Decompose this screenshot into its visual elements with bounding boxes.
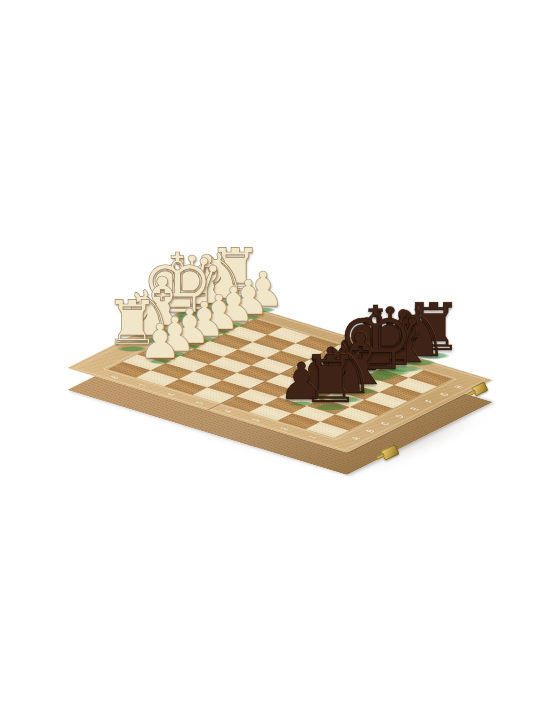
file-label-h: H (452, 384, 466, 389)
file-label-f: F (422, 399, 436, 404)
rank-label-7: 7 (137, 384, 150, 388)
rank-label-5: 5 (193, 401, 206, 405)
rank-label-6: 6 (165, 392, 178, 396)
file-label-c: C (378, 421, 392, 426)
file-label-e: E (407, 406, 421, 411)
rank-label-3: 3 (250, 418, 263, 422)
file-label-a: A (348, 436, 362, 441)
scene: ABCDEFGH 12345678 ♜♞♝♚♛♝♞♜♟♟♟♟♟♟♟♟♟♟♟♟♟♟… (0, 0, 540, 720)
pieces-layer: ♜♞♝♚♛♝♞♜♟♟♟♟♟♟♟♟♟♟♟♟♟♟♟♟♜♞♝♚♛♝♞♜ (67, 295, 213, 368)
file-label-g: G (437, 392, 452, 397)
file-label-b: B (363, 428, 377, 433)
piece-black-rook-a1: ♜ (301, 347, 359, 412)
piece-white-pawn-a7: ♟ (138, 317, 181, 365)
rank-label-2: 2 (278, 426, 291, 430)
rank-label-4: 4 (221, 409, 234, 413)
rank-label-8: 8 (108, 375, 121, 379)
rank-label-1: 1 (306, 435, 319, 439)
file-label-d: D (393, 414, 407, 419)
